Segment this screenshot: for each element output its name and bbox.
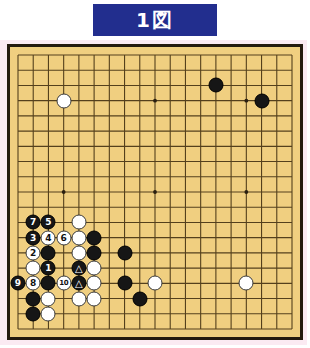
star-point (153, 99, 157, 103)
black-stone-move-7: 7 (26, 215, 41, 230)
white-stone-move-8: 8 (26, 276, 41, 291)
star-point (153, 190, 157, 194)
black-stone (117, 276, 132, 291)
black-stone (41, 245, 56, 260)
triangle-mark-icon: △ (72, 277, 85, 289)
white-stone (26, 261, 41, 276)
black-stone-move-5: 5 (41, 215, 56, 230)
star-point (244, 99, 248, 103)
black-stone-move-9: 9 (11, 276, 26, 291)
white-stone (87, 291, 102, 306)
black-stone (87, 230, 102, 245)
black-stone (26, 306, 41, 321)
go-diagram-page: 1図 7534621△9810△ (0, 0, 310, 348)
black-stone (132, 291, 147, 306)
white-stone (71, 245, 86, 260)
black-stone-triangle-marked: △ (71, 276, 86, 291)
black-stone-move-3: 3 (26, 230, 41, 245)
white-stone (239, 276, 254, 291)
board-frame: 7534621△9810△ (0, 40, 307, 345)
move-number-label: 8 (27, 277, 40, 290)
black-stone (117, 245, 132, 260)
move-number-label: 9 (12, 277, 25, 290)
white-stone (71, 291, 86, 306)
black-stone-move-1: 1 (41, 261, 56, 276)
star-point (244, 190, 248, 194)
move-number-label: 1 (42, 262, 55, 275)
white-stone (71, 230, 86, 245)
white-stone (87, 261, 102, 276)
move-number-label: 6 (57, 231, 70, 244)
white-stone (71, 215, 86, 230)
white-stone-move-2: 2 (26, 245, 41, 260)
move-number-label: 2 (27, 246, 40, 259)
white-stone-move-10: 10 (56, 276, 71, 291)
black-stone (87, 245, 102, 260)
diagram-title: 1図 (93, 4, 217, 36)
black-stone (41, 276, 56, 291)
star-point (62, 190, 66, 194)
black-stone (26, 291, 41, 306)
white-stone (148, 276, 163, 291)
white-stone-move-4: 4 (41, 230, 56, 245)
move-number-label: 3 (27, 231, 40, 244)
black-stone (208, 78, 223, 93)
white-stone-move-6: 6 (56, 230, 71, 245)
move-number-label: 5 (42, 216, 55, 229)
white-stone (41, 291, 56, 306)
white-stone (56, 93, 71, 108)
white-stone (87, 276, 102, 291)
move-number-label: 7 (27, 216, 40, 229)
go-board: 7534621△9810△ (7, 44, 303, 340)
move-number-label: 4 (42, 231, 55, 244)
black-stone-triangle-marked: △ (71, 261, 86, 276)
white-stone (41, 306, 56, 321)
triangle-mark-icon: △ (72, 262, 85, 274)
move-number-label: 10 (57, 277, 70, 290)
black-stone (254, 93, 269, 108)
